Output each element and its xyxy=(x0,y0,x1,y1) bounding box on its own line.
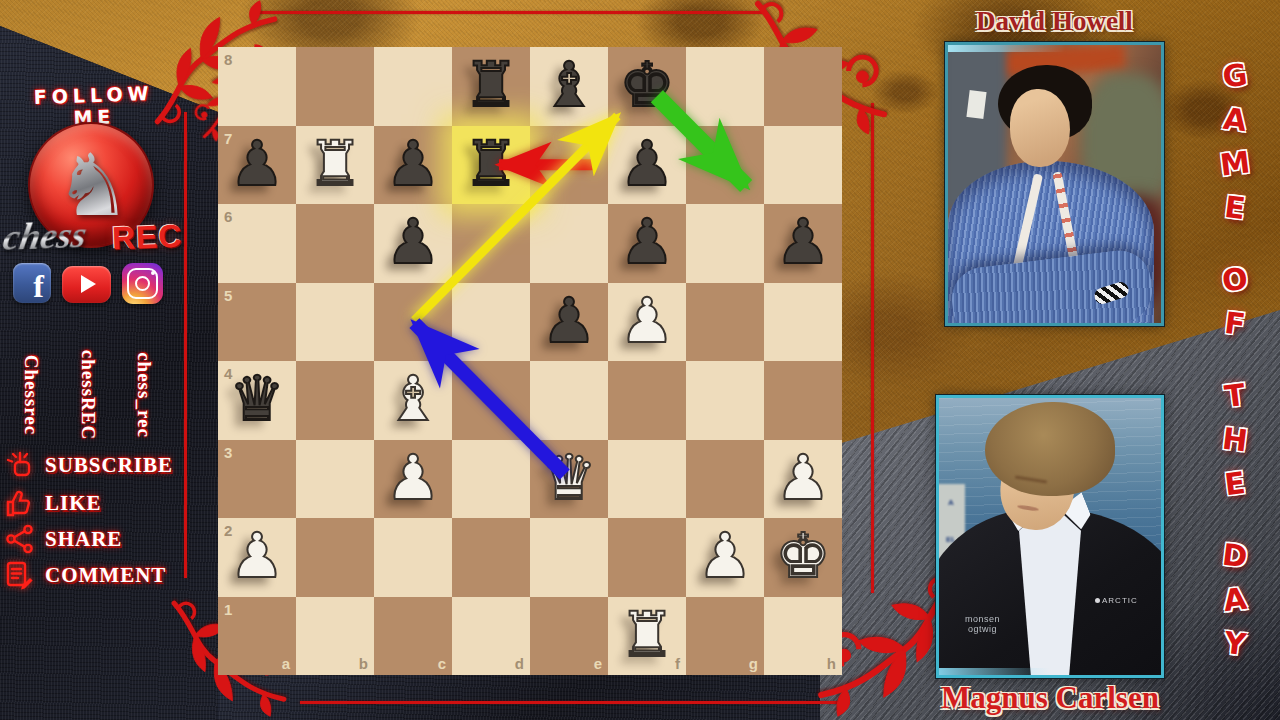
file-label-g: g xyxy=(749,656,758,671)
top-border-line xyxy=(252,11,764,14)
share-row[interactable]: SHARE xyxy=(4,522,122,556)
rank-label-4: 4 xyxy=(224,366,232,381)
facebook-handle[interactable]: Chessrec xyxy=(20,355,42,435)
ribbon-letter-T: T xyxy=(1211,375,1259,415)
square-a2[interactable]: 2 xyxy=(218,518,296,597)
square-b5[interactable] xyxy=(296,283,374,362)
square-e3[interactable] xyxy=(530,440,608,519)
facebook-icon[interactable]: f xyxy=(13,263,51,303)
instagram-handle[interactable]: chess_rec xyxy=(133,352,155,438)
like-row[interactable]: LIKE xyxy=(4,486,102,520)
board-squares[interactable]: 87654321abcdefgh xyxy=(218,47,842,675)
square-g3[interactable] xyxy=(686,440,764,519)
ribbon-letter-M: M xyxy=(1211,143,1259,183)
instagram-icon[interactable] xyxy=(122,263,163,304)
youtube-handle[interactable]: chessREC xyxy=(77,350,99,440)
jacket-sponsor-text: monsen xyxy=(965,614,1000,624)
ribbon-letter-A: A xyxy=(1211,99,1259,139)
square-g7[interactable] xyxy=(686,126,764,205)
rank-label-6: 6 xyxy=(224,209,232,224)
rank-label-8: 8 xyxy=(224,52,232,67)
magnus-carlsen-photo: A EL ESS monsen ogtwig ARCTIC xyxy=(936,395,1164,678)
banner-fragment: A xyxy=(948,498,954,507)
square-d4[interactable] xyxy=(452,361,530,440)
magnus-hair xyxy=(985,402,1115,496)
ribbon-letter-E: E xyxy=(1211,187,1259,227)
instagram-flash-dot xyxy=(151,271,155,275)
square-f8[interactable] xyxy=(608,47,686,126)
square-b4[interactable] xyxy=(296,361,374,440)
chess-board[interactable]: 87654321abcdefgh ♜♝♚♟♜♟♜♟♟♟♟♟♟♛♝♟♛♟♟♟♚♜ xyxy=(218,47,842,675)
square-g1[interactable]: g xyxy=(686,597,764,676)
frame-shine xyxy=(948,45,1161,52)
denim-bottom-strip xyxy=(218,668,842,720)
square-d6[interactable] xyxy=(452,204,530,283)
square-b6[interactable] xyxy=(296,204,374,283)
jacket-sponsor-text: ogtwig xyxy=(968,624,997,634)
square-h6[interactable] xyxy=(764,204,842,283)
file-label-e: e xyxy=(594,656,602,671)
square-a6[interactable]: 6 xyxy=(218,204,296,283)
ribbon-letter-F: F xyxy=(1211,303,1259,343)
square-a4[interactable]: 4 xyxy=(218,361,296,440)
youtube-icon[interactable] xyxy=(62,266,111,303)
facebook-f-glyph: f xyxy=(33,270,44,302)
square-d2[interactable] xyxy=(452,518,530,597)
square-c4[interactable] xyxy=(374,361,452,440)
square-b8[interactable] xyxy=(296,47,374,126)
square-a1[interactable]: 1a xyxy=(218,597,296,676)
david-howell-photo xyxy=(945,42,1164,326)
thumbnail-stage: 87654321abcdefgh ♜♝♚♟♜♟♜♟♟♟♟♟♟♛♝♟♛♟♟♟♚♜ … xyxy=(0,0,1280,720)
subscribe-label: SUBSCRIBE xyxy=(45,453,173,478)
howell-face xyxy=(1010,89,1070,167)
file-label-c: c xyxy=(438,656,446,671)
share-nodes-icon xyxy=(4,523,36,555)
square-f7[interactable] xyxy=(608,126,686,205)
square-a8[interactable]: 8 xyxy=(218,47,296,126)
subscribe-row[interactable]: SUBSCRIBE xyxy=(4,448,173,482)
square-e7[interactable] xyxy=(530,126,608,205)
square-h8[interactable] xyxy=(764,47,842,126)
square-a5[interactable]: 5 xyxy=(218,283,296,362)
square-d8[interactable] xyxy=(452,47,530,126)
square-c6[interactable] xyxy=(374,204,452,283)
square-b2[interactable] xyxy=(296,518,374,597)
square-g5[interactable] xyxy=(686,283,764,362)
square-f6[interactable] xyxy=(608,204,686,283)
square-e6[interactable] xyxy=(530,204,608,283)
square-c8[interactable] xyxy=(374,47,452,126)
square-g4[interactable] xyxy=(686,361,764,440)
square-c2[interactable] xyxy=(374,518,452,597)
square-h2[interactable] xyxy=(764,518,842,597)
ribbon-letter-Y: Y xyxy=(1211,623,1259,663)
square-f2[interactable] xyxy=(608,518,686,597)
square-e5[interactable] xyxy=(530,283,608,362)
square-d1[interactable]: d xyxy=(452,597,530,676)
bottom-border-line xyxy=(300,701,848,704)
square-a7[interactable]: 7 xyxy=(218,126,296,205)
square-b3[interactable] xyxy=(296,440,374,519)
comment-row[interactable]: COMMENT xyxy=(4,558,166,592)
square-b7[interactable] xyxy=(296,126,374,205)
comment-label: COMMENT xyxy=(45,563,166,588)
share-label: SHARE xyxy=(45,527,122,552)
square-e4[interactable] xyxy=(530,361,608,440)
file-label-d: d xyxy=(515,656,524,671)
logo-text-chess: chess xyxy=(0,213,90,259)
click-hand-icon xyxy=(4,449,36,481)
note-pen-icon xyxy=(4,559,36,591)
file-label-a: a xyxy=(282,656,290,671)
thumbs-up-icon xyxy=(4,487,36,519)
square-c1[interactable]: c xyxy=(374,597,452,676)
square-f1[interactable]: f xyxy=(608,597,686,676)
square-c7[interactable] xyxy=(374,126,452,205)
howell-bg-badge xyxy=(966,90,986,119)
square-d3[interactable] xyxy=(452,440,530,519)
file-label-f: f xyxy=(675,656,680,671)
ribbon-letter-D: D xyxy=(1211,535,1259,575)
ribbon-letter-A: A xyxy=(1211,579,1259,619)
square-g8[interactable] xyxy=(686,47,764,126)
square-c5[interactable] xyxy=(374,283,452,362)
square-e1[interactable]: e xyxy=(530,597,608,676)
rank-label-5: 5 xyxy=(224,288,232,303)
rank-label-2: 2 xyxy=(224,523,232,538)
square-d7[interactable] xyxy=(452,126,530,205)
file-label-h: h xyxy=(827,656,836,671)
square-c3[interactable] xyxy=(374,440,452,519)
square-b1[interactable]: b xyxy=(296,597,374,676)
square-g6[interactable] xyxy=(686,204,764,283)
sidebar-border-line xyxy=(184,112,187,578)
player-name-bottom: Magnus Carlsen xyxy=(930,680,1170,716)
rank-label-3: 3 xyxy=(224,445,232,460)
square-h1[interactable]: h xyxy=(764,597,842,676)
square-f4[interactable] xyxy=(608,361,686,440)
file-label-b: b xyxy=(359,656,368,671)
ribbon-letter-G: G xyxy=(1211,55,1259,95)
rank-label-1: 1 xyxy=(224,602,232,617)
square-h5[interactable] xyxy=(764,283,842,362)
like-label: LIKE xyxy=(45,491,102,516)
ribbon-letter-H: H xyxy=(1211,419,1259,459)
square-e2[interactable] xyxy=(530,518,608,597)
rank-label-7: 7 xyxy=(224,131,232,146)
square-d5[interactable] xyxy=(452,283,530,362)
right-border-line xyxy=(871,103,874,593)
logo-text-rec: REC xyxy=(111,218,183,257)
square-e8[interactable] xyxy=(530,47,608,126)
youtube-play-glyph xyxy=(81,275,96,293)
square-a3[interactable]: 3 xyxy=(218,440,296,519)
frame-shine xyxy=(939,668,1161,675)
square-h3[interactable] xyxy=(764,440,842,519)
ribbon-letter-E: E xyxy=(1211,463,1259,503)
square-f5[interactable] xyxy=(608,283,686,362)
jacket-sponsor-text: ARCTIC xyxy=(1095,596,1138,605)
ribbon-letter-O: O xyxy=(1211,259,1259,299)
square-h4[interactable] xyxy=(764,361,842,440)
square-f3[interactable] xyxy=(608,440,686,519)
square-h7[interactable] xyxy=(764,126,842,205)
square-g2[interactable] xyxy=(686,518,764,597)
player-name-top: David Howell xyxy=(945,6,1164,37)
instagram-lens xyxy=(135,276,150,291)
